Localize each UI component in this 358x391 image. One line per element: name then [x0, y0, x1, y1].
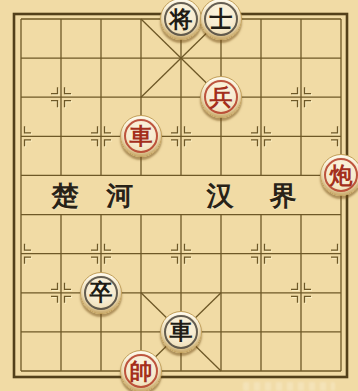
piece-black-general[interactable]: 将 — [160, 0, 202, 40]
river-label-han: 汉 — [205, 181, 235, 211]
xiangqi-board[interactable]: 楚 河 汉 界 将士兵車炮卒車帥 — [0, 0, 358, 391]
river-label-chu: 楚 — [50, 181, 80, 211]
piece-glyph: 兵 — [210, 86, 233, 109]
river-label-he: 河 — [105, 181, 135, 211]
piece-glyph: 車 — [170, 320, 193, 343]
piece-red-general[interactable]: 帥 — [120, 350, 162, 391]
watermark — [243, 382, 335, 391]
piece-glyph: 車 — [130, 125, 153, 148]
piece-glyph: 炮 — [330, 164, 353, 187]
piece-red-soldier[interactable]: 兵 — [200, 76, 242, 118]
river-label-jie: 界 — [268, 181, 298, 211]
piece-black-soldier[interactable]: 卒 — [80, 272, 122, 314]
piece-glyph: 将 — [170, 8, 193, 31]
piece-black-chariot[interactable]: 車 — [160, 311, 202, 353]
piece-glyph: 士 — [210, 8, 233, 31]
piece-black-advisor[interactable]: 士 — [200, 0, 242, 40]
piece-glyph: 卒 — [90, 281, 113, 304]
piece-glyph: 帥 — [130, 360, 153, 383]
piece-red-cannon[interactable]: 炮 — [320, 154, 358, 196]
